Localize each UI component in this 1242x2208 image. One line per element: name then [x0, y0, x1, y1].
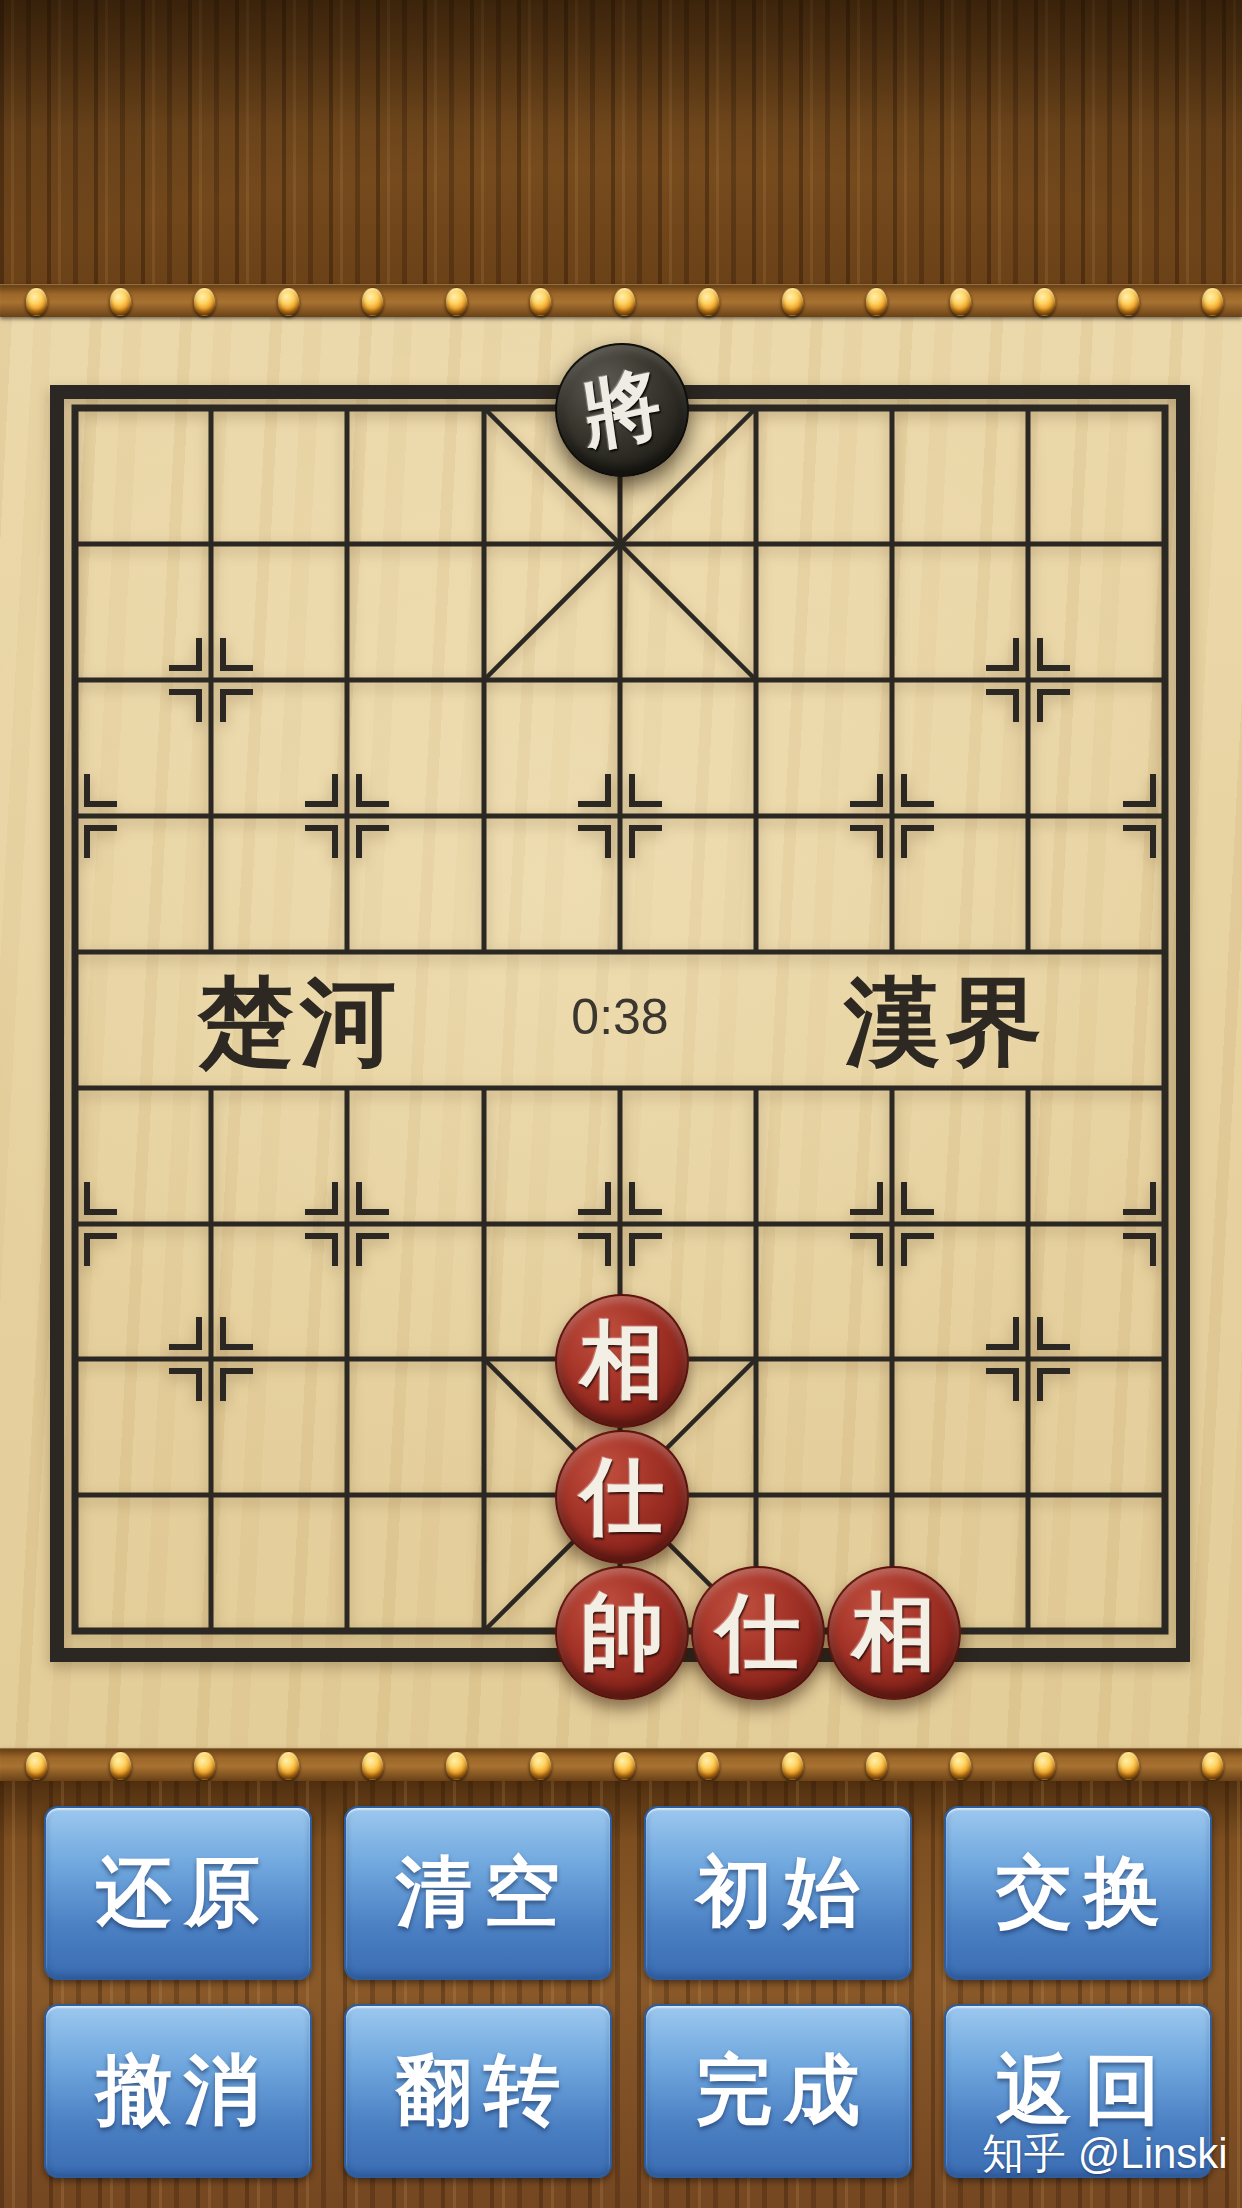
- button-label: 完成: [684, 2040, 872, 2143]
- rail-nail-icon: [361, 1751, 384, 1780]
- red-general[interactable]: 帥: [555, 1566, 689, 1700]
- rail-nail-icon: [1201, 287, 1224, 316]
- piece-character: 帥: [580, 1591, 664, 1675]
- rail-nail-icon: [781, 287, 804, 316]
- rail-nail-icon: [277, 1751, 300, 1780]
- piece-character: 將: [578, 363, 665, 457]
- button-label: 交换: [984, 1842, 1172, 1945]
- piece-character: 相: [852, 1591, 936, 1675]
- timer: 0:38: [520, 988, 720, 1046]
- app-screen: 楚河 0:38 漢界 將相仕帥仕相 还原清空初始交换撤消翻转完成返回 知乎 @L…: [0, 0, 1242, 2208]
- button-label: 撤消: [84, 2040, 272, 2143]
- rail-nail-icon: [25, 287, 48, 316]
- button-label: 翻转: [384, 2040, 572, 2143]
- rail-nail-icon: [529, 1751, 552, 1780]
- rail-nail-icon: [697, 287, 720, 316]
- piece-character: 仕: [716, 1591, 800, 1675]
- red-elephant-2[interactable]: 相: [827, 1566, 961, 1700]
- rail-nail-icon: [1201, 1751, 1224, 1780]
- rail-nail-icon: [1033, 287, 1056, 316]
- rail-nail-icon: [865, 1751, 888, 1780]
- piece-character: 仕: [580, 1455, 664, 1539]
- top-rail: [0, 284, 1242, 317]
- done-button[interactable]: 完成: [644, 2004, 912, 2178]
- button-label: 还原: [84, 1842, 272, 1945]
- watermark: 知乎 @Linski: [982, 2126, 1232, 2182]
- rail-nail-icon: [445, 287, 468, 316]
- rail-nail-icon: [613, 287, 636, 316]
- clear-button[interactable]: 清空: [344, 1806, 612, 1980]
- piece-character: 相: [580, 1319, 664, 1403]
- rail-nail-icon: [193, 1751, 216, 1780]
- swap-sides-button[interactable]: 交换: [944, 1806, 1212, 1980]
- red-elephant-1[interactable]: 相: [555, 1294, 689, 1428]
- river-label-chu-he: 楚河: [198, 968, 402, 1078]
- bottom-rail: [0, 1748, 1242, 1781]
- black-general[interactable]: 將: [555, 343, 689, 477]
- initial-position-button[interactable]: 初始: [644, 1806, 912, 1980]
- undo-button[interactable]: 撤消: [44, 2004, 312, 2178]
- rail-nail-icon: [949, 1751, 972, 1780]
- rail-nail-icon: [361, 287, 384, 316]
- rail-nail-icon: [193, 287, 216, 316]
- restore-button[interactable]: 还原: [44, 1806, 312, 1980]
- rail-nail-icon: [1117, 287, 1140, 316]
- rail-nail-icon: [949, 287, 972, 316]
- rail-nail-icon: [865, 287, 888, 316]
- rail-nail-icon: [697, 1751, 720, 1780]
- river-label-han-jie: 漢界: [844, 968, 1048, 1078]
- rail-nail-icon: [109, 287, 132, 316]
- flip-board-button[interactable]: 翻转: [344, 2004, 612, 2178]
- button-label: 清空: [384, 1842, 572, 1945]
- rail-nail-icon: [445, 1751, 468, 1780]
- rail-nail-icon: [109, 1751, 132, 1780]
- button-label: 初始: [684, 1842, 872, 1945]
- rail-nail-icon: [529, 287, 552, 316]
- red-advisor-2[interactable]: 仕: [691, 1566, 825, 1700]
- red-advisor-1[interactable]: 仕: [555, 1430, 689, 1564]
- rail-nail-icon: [1033, 1751, 1056, 1780]
- rail-nail-icon: [613, 1751, 636, 1780]
- rail-nail-icon: [25, 1751, 48, 1780]
- rail-nail-icon: [781, 1751, 804, 1780]
- rail-nail-icon: [1117, 1751, 1140, 1780]
- rail-nail-icon: [277, 287, 300, 316]
